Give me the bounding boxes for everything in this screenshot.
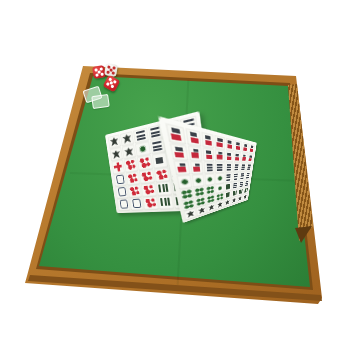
mahjong-tile-wan [170, 144, 189, 161]
mahjong-tile-dot1 [176, 175, 192, 188]
mahjong-tile-dot1 [135, 141, 150, 156]
mahjong-tile-wan [165, 123, 186, 145]
mahjong-tile-wan [225, 138, 234, 151]
mahjong-tile-dark [151, 153, 167, 168]
mahjong-tile-bird [207, 202, 216, 212]
mahjong-tile-bird [110, 147, 123, 161]
mahjong-tile-wan [248, 143, 255, 153]
mahjong-tile-bird [184, 208, 197, 220]
mahjong-tile-wan [234, 152, 242, 162]
mahjong-tile-strokes [245, 172, 251, 180]
mahjong-tile-bamboo [157, 195, 173, 209]
mahjong-tile-strokes [204, 162, 215, 174]
mahjong-tile-wan [234, 140, 242, 152]
mahjong-tile-wan [202, 132, 214, 149]
mahjong-tile-wd [115, 186, 128, 199]
mahjong-tile-flower [128, 184, 142, 197]
mahjong-tile-wan [225, 151, 233, 162]
mahjong-tile-strokes [225, 173, 233, 182]
mahjong-tile-dot1 [205, 174, 215, 185]
mahjong-tile-flower [143, 196, 158, 209]
mahjong-tile-redchar [111, 160, 124, 174]
mahjong-tile-wanred [215, 149, 225, 161]
mahjong-tile-bamboo [155, 181, 171, 195]
mahjong-tile-wanred [190, 162, 204, 175]
mahjong-tile-bird [196, 205, 206, 216]
mahjong-tile-wan [203, 148, 215, 162]
mahjong-tile-strokes [246, 163, 252, 171]
mahjong-tile-flower [124, 158, 138, 172]
mahjong-tile-wan [185, 128, 201, 147]
mahjong-tile-bird [231, 196, 237, 204]
mahjong-tile-wanred [188, 146, 203, 161]
mahjong-tile-strokes [215, 162, 224, 173]
mahjong-tile-dot1 [192, 175, 205, 187]
mahjong-tile-dot1 [216, 173, 225, 183]
mahjong-tile-wan [247, 154, 253, 163]
mahjong-tile-bird [242, 193, 247, 200]
mahjong-tile-flower [141, 183, 156, 197]
mahjong-tile-flower [137, 155, 152, 170]
mahjong-tile-flower [153, 167, 169, 182]
mahjong-tile-wd [117, 198, 130, 210]
mahjong-tile-wd [130, 197, 144, 210]
mahjong-tile-bird [216, 200, 223, 209]
mahjong-table-photo [0, 0, 360, 360]
mahjong-tile-wd [113, 173, 126, 186]
mahjong-tile-wanred [173, 161, 190, 175]
mahjong-tile-wan [215, 135, 225, 150]
mahjong-tile-strokes [225, 163, 233, 173]
white-die [104, 63, 118, 77]
spare-tile [91, 94, 110, 109]
mahjong-tile-flower [126, 171, 140, 185]
mahjong-tile-flower [139, 169, 154, 183]
mahjong-tile-bird [224, 198, 231, 207]
mahjong-tile-bird [122, 144, 136, 159]
